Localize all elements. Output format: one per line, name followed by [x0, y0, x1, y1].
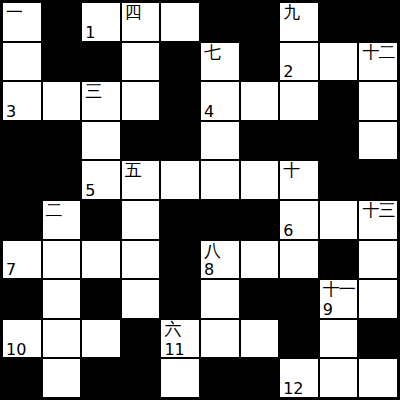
black-cell-r1c1 — [42, 42, 82, 82]
black-cell-r3c0 — [2, 121, 42, 161]
white-cell-r5c9[interactable]: 十三 — [358, 200, 398, 240]
black-cell-r3c7 — [279, 121, 319, 161]
black-cell-r0c8 — [319, 2, 359, 42]
black-cell-r9c6 — [240, 358, 280, 398]
white-cell-r2c5[interactable]: 4 — [200, 81, 240, 121]
down-clue-number-chinese: 九 — [283, 3, 299, 22]
white-cell-r9c4[interactable] — [160, 358, 200, 398]
white-cell-r1c9[interactable]: 十二 — [358, 42, 398, 82]
white-cell-r6c5[interactable]: 八8 — [200, 240, 240, 280]
white-cell-r8c1[interactable] — [42, 319, 82, 359]
black-cell-r2c8 — [319, 81, 359, 121]
white-cell-r0c0[interactable]: 一 — [2, 2, 42, 42]
down-clue-number-chinese: 三 — [85, 82, 101, 101]
black-cell-r4c9 — [358, 160, 398, 200]
across-clue-number-arabic: 2 — [283, 64, 293, 81]
black-cell-r4c1 — [42, 160, 82, 200]
black-cell-r9c2 — [81, 358, 121, 398]
black-cell-r7c2 — [81, 279, 121, 319]
black-cell-r5c4 — [160, 200, 200, 240]
white-cell-r9c9[interactable] — [358, 358, 398, 398]
white-cell-r4c7[interactable]: 十 — [279, 160, 319, 200]
crossword-board: 一1四九七2十二3三45五十二6十三7八8十一910六1112 — [0, 0, 400, 400]
white-cell-r2c0[interactable]: 3 — [2, 81, 42, 121]
white-cell-r6c3[interactable] — [121, 240, 161, 280]
across-clue-number-arabic: 5 — [85, 183, 95, 200]
black-cell-r6c8 — [319, 240, 359, 280]
across-clue-number-arabic: 9 — [323, 302, 333, 319]
crossword-page: 一1四九七2十二3三45五十二6十三7八8十一910六1112 — [0, 0, 400, 400]
white-cell-r5c1[interactable]: 二 — [42, 200, 82, 240]
white-cell-r7c1[interactable] — [42, 279, 82, 319]
white-cell-r9c8[interactable] — [319, 358, 359, 398]
down-clue-number-chinese: 五 — [125, 161, 141, 180]
down-clue-number-chinese: 七 — [204, 43, 220, 62]
across-clue-number-arabic: 10 — [6, 342, 26, 359]
white-cell-r9c7[interactable]: 12 — [279, 358, 319, 398]
white-cell-r7c8[interactable]: 十一9 — [319, 279, 359, 319]
white-cell-r4c4[interactable] — [160, 160, 200, 200]
white-cell-r2c1[interactable] — [42, 81, 82, 121]
black-cell-r8c3 — [121, 319, 161, 359]
white-cell-r2c6[interactable] — [240, 81, 280, 121]
across-clue-number-arabic: 7 — [6, 262, 16, 279]
black-cell-r6c4 — [160, 240, 200, 280]
black-cell-r1c2 — [81, 42, 121, 82]
black-cell-r8c7 — [279, 319, 319, 359]
black-cell-r3c8 — [319, 121, 359, 161]
black-cell-r2c4 — [160, 81, 200, 121]
black-cell-r9c3 — [121, 358, 161, 398]
black-cell-r4c8 — [319, 160, 359, 200]
white-cell-r1c8[interactable] — [319, 42, 359, 82]
across-clue-number-arabic: 8 — [204, 262, 214, 279]
down-clue-number-chinese: 二 — [46, 201, 62, 220]
down-clue-number-chinese: 十一 — [323, 280, 355, 299]
white-cell-r8c5[interactable] — [200, 319, 240, 359]
black-cell-r1c6 — [240, 42, 280, 82]
down-clue-number-chinese: 四 — [125, 3, 141, 22]
black-cell-r5c6 — [240, 200, 280, 240]
white-cell-r8c8[interactable] — [319, 319, 359, 359]
black-cell-r7c0 — [2, 279, 42, 319]
black-cell-r0c6 — [240, 2, 280, 42]
white-cell-r4c3[interactable]: 五 — [121, 160, 161, 200]
down-clue-number-chinese: 十 — [283, 161, 299, 180]
black-cell-r0c1 — [42, 2, 82, 42]
white-cell-r6c0[interactable]: 7 — [2, 240, 42, 280]
black-cell-r7c7 — [279, 279, 319, 319]
down-clue-number-chinese: 六 — [164, 320, 180, 339]
black-cell-r3c6 — [240, 121, 280, 161]
white-cell-r5c8[interactable] — [319, 200, 359, 240]
white-cell-r4c5[interactable] — [200, 160, 240, 200]
across-clue-number-arabic: 1 — [85, 25, 95, 42]
white-cell-r1c0[interactable] — [2, 42, 42, 82]
white-cell-r3c2[interactable] — [81, 121, 121, 161]
white-cell-r5c3[interactable] — [121, 200, 161, 240]
black-cell-r3c3 — [121, 121, 161, 161]
white-cell-r8c6[interactable] — [240, 319, 280, 359]
across-clue-number-arabic: 11 — [164, 342, 184, 359]
white-cell-r6c2[interactable] — [81, 240, 121, 280]
white-cell-r7c3[interactable] — [121, 279, 161, 319]
down-clue-number-chinese: 十三 — [362, 201, 394, 220]
down-clue-number-chinese: 十二 — [362, 43, 394, 62]
white-cell-r6c6[interactable] — [240, 240, 280, 280]
black-cell-r8c9 — [358, 319, 398, 359]
across-clue-number-arabic: 3 — [6, 104, 16, 121]
black-cell-r5c0 — [2, 200, 42, 240]
white-cell-r3c5[interactable] — [200, 121, 240, 161]
black-cell-r7c6 — [240, 279, 280, 319]
black-cell-r5c5 — [200, 200, 240, 240]
black-cell-r3c4 — [160, 121, 200, 161]
black-cell-r3c1 — [42, 121, 82, 161]
black-cell-r9c5 — [200, 358, 240, 398]
white-cell-r1c3[interactable] — [121, 42, 161, 82]
black-cell-r4c0 — [2, 160, 42, 200]
white-cell-r2c9[interactable] — [358, 81, 398, 121]
black-cell-r0c9 — [358, 2, 398, 42]
black-cell-r5c2 — [81, 200, 121, 240]
down-clue-number-chinese: 一 — [6, 3, 22, 22]
white-cell-r9c1[interactable] — [42, 358, 82, 398]
white-cell-r3c9[interactable] — [358, 121, 398, 161]
white-cell-r2c7[interactable] — [279, 81, 319, 121]
white-cell-r7c9[interactable] — [358, 279, 398, 319]
white-cell-r2c3[interactable] — [121, 81, 161, 121]
white-cell-r5c7[interactable]: 6 — [279, 200, 319, 240]
white-cell-r6c9[interactable] — [358, 240, 398, 280]
white-cell-r2c2[interactable]: 三 — [81, 81, 121, 121]
white-cell-r6c1[interactable] — [42, 240, 82, 280]
white-cell-r0c4[interactable] — [160, 2, 200, 42]
down-clue-number-chinese: 八 — [204, 241, 220, 260]
black-cell-r7c4 — [160, 279, 200, 319]
white-cell-r4c6[interactable] — [240, 160, 280, 200]
white-cell-r6c7[interactable] — [279, 240, 319, 280]
white-cell-r7c5[interactable] — [200, 279, 240, 319]
black-cell-r0c5 — [200, 2, 240, 42]
white-cell-r1c5[interactable]: 七 — [200, 42, 240, 82]
across-clue-number-arabic: 12 — [283, 381, 303, 398]
white-cell-r4c2[interactable]: 5 — [81, 160, 121, 200]
white-cell-r8c4[interactable]: 六11 — [160, 319, 200, 359]
across-clue-number-arabic: 6 — [283, 223, 293, 240]
white-cell-r8c2[interactable] — [81, 319, 121, 359]
black-cell-r1c4 — [160, 42, 200, 82]
white-cell-r1c7[interactable]: 2 — [279, 42, 319, 82]
white-cell-r8c0[interactable]: 10 — [2, 319, 42, 359]
black-cell-r9c0 — [2, 358, 42, 398]
across-clue-number-arabic: 4 — [204, 104, 214, 121]
white-cell-r0c3[interactable]: 四 — [121, 2, 161, 42]
white-cell-r0c7[interactable]: 九 — [279, 2, 319, 42]
white-cell-r0c2[interactable]: 1 — [81, 2, 121, 42]
